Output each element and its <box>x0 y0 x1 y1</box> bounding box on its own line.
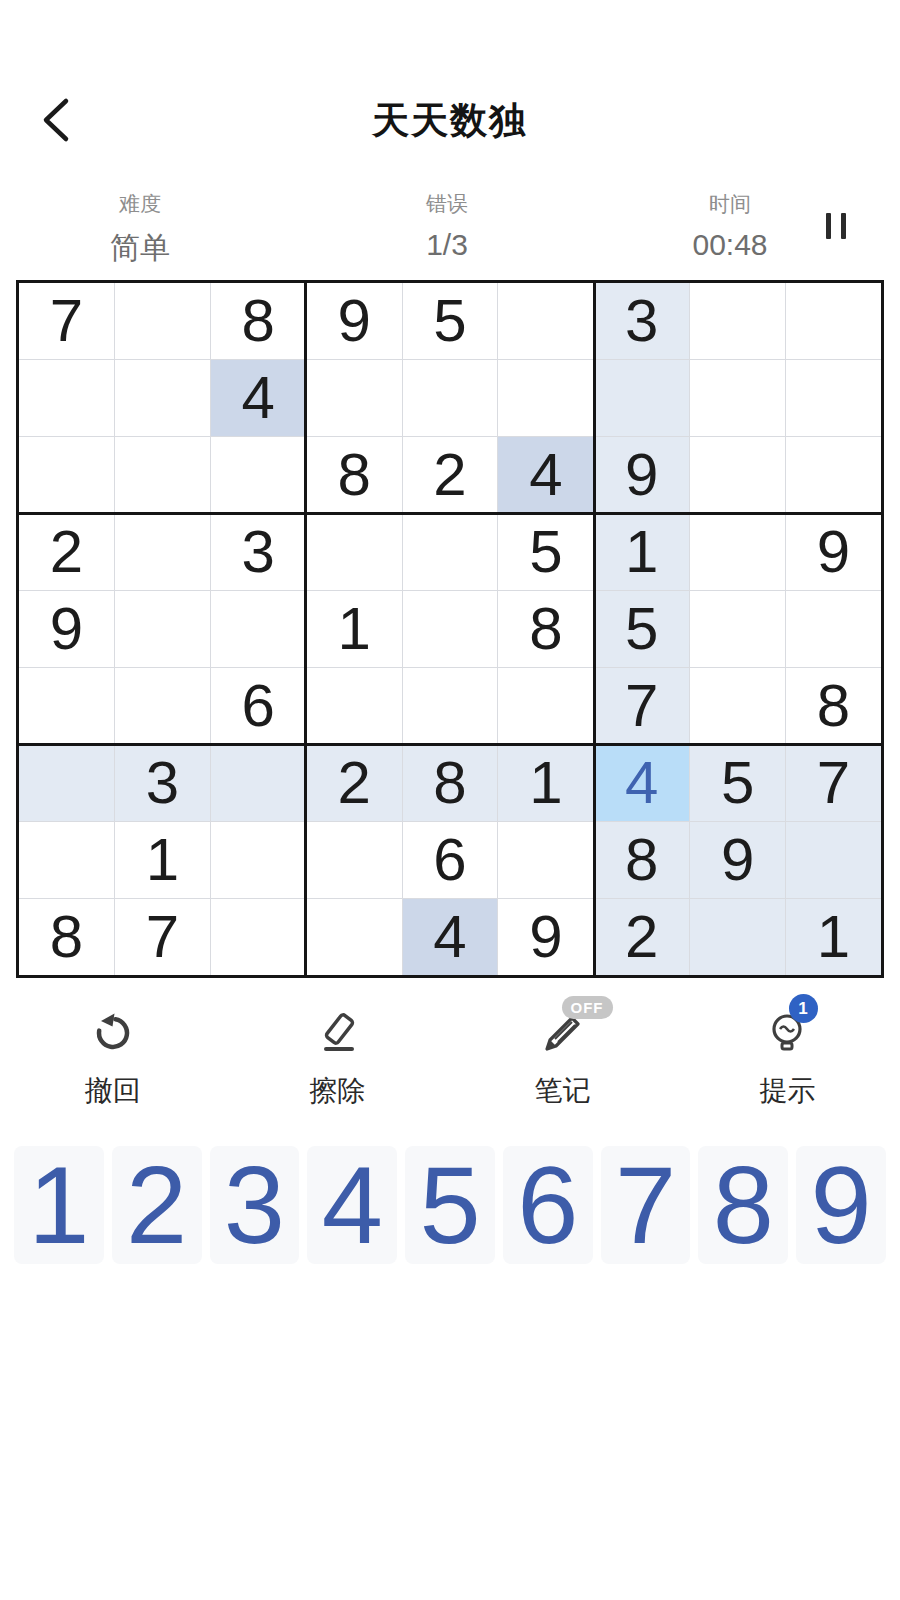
cell-r7c7[interactable]: 4 <box>594 745 689 821</box>
cell-r7c3[interactable] <box>211 745 306 821</box>
cell-r5c8[interactable] <box>690 591 785 667</box>
cell-r7c8[interactable]: 5 <box>690 745 785 821</box>
cell-r6c3[interactable]: 6 <box>211 668 306 744</box>
cell-r8c9[interactable] <box>786 822 881 898</box>
cell-r6c1[interactable] <box>19 668 114 744</box>
cell-r1c6[interactable] <box>498 283 593 359</box>
cell-r6c8[interactable] <box>690 668 785 744</box>
sudoku-app-screen: 天天数独 难度 简单 错误 1/3 时间 00:48 7895348249235… <box>0 0 900 1600</box>
box-divider-vertical-1 <box>304 283 307 975</box>
cell-r2c4[interactable] <box>307 360 402 436</box>
cell-r8c3[interactable] <box>211 822 306 898</box>
cell-r8c2[interactable]: 1 <box>115 822 210 898</box>
numpad-key-9[interactable]: 9 <box>796 1146 886 1264</box>
cell-r3c5[interactable]: 2 <box>403 437 498 513</box>
cell-r2c5[interactable] <box>403 360 498 436</box>
box-divider-horizontal-2 <box>19 743 881 746</box>
undo-button[interactable]: 撤回 <box>0 1008 225 1110</box>
bulb-icon: 1 <box>763 1008 813 1058</box>
cell-r7c9[interactable]: 7 <box>786 745 881 821</box>
cell-r6c2[interactable] <box>115 668 210 744</box>
cell-r2c3[interactable]: 4 <box>211 360 306 436</box>
notes-label: 笔记 <box>535 1072 591 1110</box>
difficulty-value: 简单 <box>50 228 230 269</box>
numpad-key-3[interactable]: 3 <box>210 1146 300 1264</box>
cell-r5c5[interactable] <box>403 591 498 667</box>
cell-r8c7[interactable]: 8 <box>594 822 689 898</box>
cell-r4c5[interactable] <box>403 514 498 590</box>
cell-r5c2[interactable] <box>115 591 210 667</box>
box-divider-horizontal-1 <box>19 512 881 515</box>
cell-r6c7[interactable]: 7 <box>594 668 689 744</box>
box-divider-vertical-2 <box>593 283 596 975</box>
undo-label: 撤回 <box>85 1072 141 1110</box>
cell-r2c2[interactable] <box>115 360 210 436</box>
hint-label: 提示 <box>760 1072 816 1110</box>
numpad-key-6[interactable]: 6 <box>503 1146 593 1264</box>
numpad-key-4[interactable]: 4 <box>307 1146 397 1264</box>
hint-count-badge: 1 <box>789 994 818 1023</box>
cell-r7c6[interactable]: 1 <box>498 745 593 821</box>
cell-r4c6[interactable]: 5 <box>498 514 593 590</box>
cell-r6c6[interactable] <box>498 668 593 744</box>
cell-r3c2[interactable] <box>115 437 210 513</box>
cell-r9c1[interactable]: 8 <box>19 899 114 975</box>
cell-r2c7[interactable] <box>594 360 689 436</box>
time-value: 00:48 <box>640 228 820 262</box>
cell-r9c8[interactable] <box>690 899 785 975</box>
undo-icon <box>88 1008 138 1058</box>
cell-r7c4[interactable]: 2 <box>307 745 402 821</box>
cell-r5c6[interactable]: 8 <box>498 591 593 667</box>
cell-r3c1[interactable] <box>19 437 114 513</box>
pencil-icon: OFF <box>538 1008 588 1058</box>
cell-r9c5[interactable]: 4 <box>403 899 498 975</box>
cell-r9c2[interactable]: 7 <box>115 899 210 975</box>
numpad-key-2[interactable]: 2 <box>112 1146 202 1264</box>
cell-r3c9[interactable] <box>786 437 881 513</box>
cell-r4c1[interactable]: 2 <box>19 514 114 590</box>
numpad-key-1[interactable]: 1 <box>14 1146 104 1264</box>
cell-r5c7[interactable]: 5 <box>594 591 689 667</box>
cell-r9c3[interactable] <box>211 899 306 975</box>
cell-r9c4[interactable] <box>307 899 402 975</box>
cell-r9c9[interactable]: 1 <box>786 899 881 975</box>
cell-r7c2[interactable]: 3 <box>115 745 210 821</box>
cell-r8c4[interactable] <box>307 822 402 898</box>
numpad-key-7[interactable]: 7 <box>601 1146 691 1264</box>
cell-r2c1[interactable] <box>19 360 114 436</box>
difficulty-label: 难度 <box>50 190 230 218</box>
time-label: 时间 <box>640 190 820 218</box>
mistakes-label: 错误 <box>357 190 537 218</box>
cell-r7c1[interactable] <box>19 745 114 821</box>
notes-button[interactable]: OFF 笔记 <box>450 1008 675 1110</box>
cell-r1c2[interactable] <box>115 283 210 359</box>
pause-button[interactable] <box>816 206 856 246</box>
pause-icon <box>826 213 831 239</box>
cell-r4c4[interactable] <box>307 514 402 590</box>
cell-r1c9[interactable] <box>786 283 881 359</box>
cell-r4c9[interactable]: 9 <box>786 514 881 590</box>
cell-r3c3[interactable] <box>211 437 306 513</box>
cell-r8c6[interactable] <box>498 822 593 898</box>
erase-button[interactable]: 擦除 <box>225 1008 450 1110</box>
cell-r8c5[interactable]: 6 <box>403 822 498 898</box>
cell-r3c4[interactable]: 8 <box>307 437 402 513</box>
cell-r5c4[interactable]: 1 <box>307 591 402 667</box>
cell-r6c5[interactable] <box>403 668 498 744</box>
cell-r5c1[interactable]: 9 <box>19 591 114 667</box>
cell-r6c4[interactable] <box>307 668 402 744</box>
eraser-icon <box>313 1008 363 1058</box>
page-title: 天天数独 <box>0 96 900 146</box>
cell-r1c1[interactable]: 7 <box>19 283 114 359</box>
cell-r6c9[interactable]: 8 <box>786 668 881 744</box>
board-grid: 789534824923519918567832814571689874921 <box>19 283 881 975</box>
sudoku-board: 789534824923519918567832814571689874921 <box>16 280 884 978</box>
cell-r8c8[interactable]: 9 <box>690 822 785 898</box>
cell-r5c9[interactable] <box>786 591 881 667</box>
cell-r4c8[interactable] <box>690 514 785 590</box>
mistakes-value: 1/3 <box>357 228 537 262</box>
erase-label: 擦除 <box>310 1072 366 1110</box>
numpad: 123456789 <box>14 1146 886 1264</box>
cell-r5c3[interactable] <box>211 591 306 667</box>
toolbar: 撤回 擦除 OFF 笔记 <box>0 1008 900 1110</box>
cell-r2c8[interactable] <box>690 360 785 436</box>
cell-r1c5[interactable]: 5 <box>403 283 498 359</box>
mistakes-stat: 错误 1/3 <box>357 190 537 262</box>
cell-r1c7[interactable]: 3 <box>594 283 689 359</box>
time-stat: 时间 00:48 <box>640 190 820 262</box>
cell-r9c7[interactable]: 2 <box>594 899 689 975</box>
hint-button[interactable]: 1 提示 <box>675 1008 900 1110</box>
cell-r4c3[interactable]: 3 <box>211 514 306 590</box>
cell-r4c2[interactable] <box>115 514 210 590</box>
cell-r7c5[interactable]: 8 <box>403 745 498 821</box>
cell-r3c8[interactable] <box>690 437 785 513</box>
difficulty-stat: 难度 简单 <box>50 190 230 269</box>
numpad-key-5[interactable]: 5 <box>405 1146 495 1264</box>
cell-r3c7[interactable]: 9 <box>594 437 689 513</box>
cell-r1c4[interactable]: 9 <box>307 283 402 359</box>
cell-r9c6[interactable]: 9 <box>498 899 593 975</box>
cell-r1c3[interactable]: 8 <box>211 283 306 359</box>
cell-r8c1[interactable] <box>19 822 114 898</box>
cell-r2c9[interactable] <box>786 360 881 436</box>
cell-r1c8[interactable] <box>690 283 785 359</box>
cell-r2c6[interactable] <box>498 360 593 436</box>
cell-r4c7[interactable]: 1 <box>594 514 689 590</box>
numpad-key-8[interactable]: 8 <box>698 1146 788 1264</box>
cell-r3c6[interactable]: 4 <box>498 437 593 513</box>
notes-off-badge: OFF <box>562 996 613 1019</box>
